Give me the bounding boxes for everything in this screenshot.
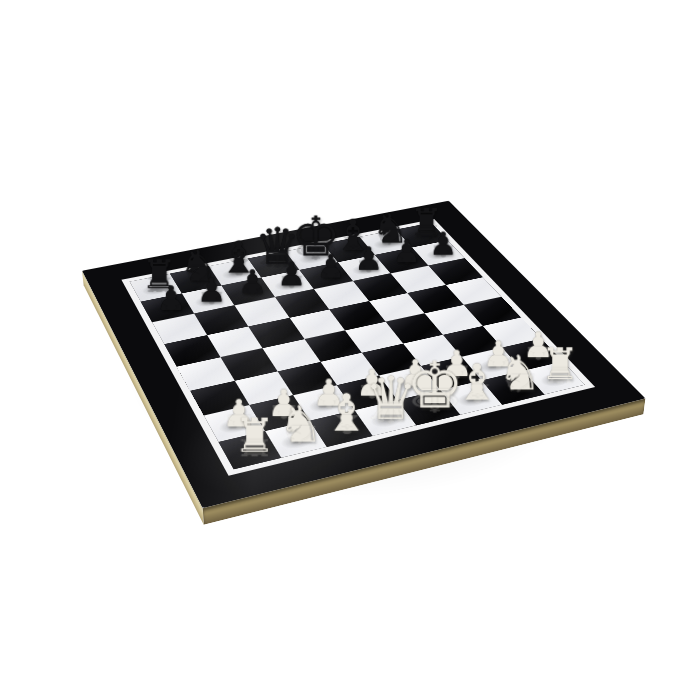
piece-black-pawn[interactable]: ♟ [429,230,457,259]
piece-black-pawn[interactable]: ♟ [354,244,383,274]
piece-white-rook[interactable]: ♜ [234,416,276,459]
piece-black-pawn[interactable]: ♟ [316,252,345,282]
piece-white-rook[interactable]: ♜ [541,345,580,385]
square-b4[interactable] [220,348,277,381]
piece-white-knight[interactable]: ♞ [498,351,541,395]
piece-white-knight[interactable]: ♞ [278,401,323,448]
piece-white-bishop[interactable]: ♝ [323,389,369,436]
chessboard: ♜♞♝♛♚♝♞♜♟♟♟♟♟♟♟♟♟♟♟♟♟♟♟♟♜♞♝♛♚♝♞♜ [83,208,645,517]
piece-black-pawn[interactable]: ♟ [197,275,227,306]
piece-black-pawn[interactable]: ♟ [237,267,267,297]
chess-set-photo: ♜♞♝♛♚♝♞♜♟♟♟♟♟♟♟♟♟♟♟♟♟♟♟♟♜♞♝♛♚♝♞♜ [0,0,700,700]
piece-black-pawn[interactable]: ♟ [392,237,421,266]
piece-white-queen[interactable]: ♛ [364,371,417,426]
piece-black-pawn[interactable]: ♟ [156,283,186,314]
piece-black-pawn[interactable]: ♟ [277,259,306,289]
